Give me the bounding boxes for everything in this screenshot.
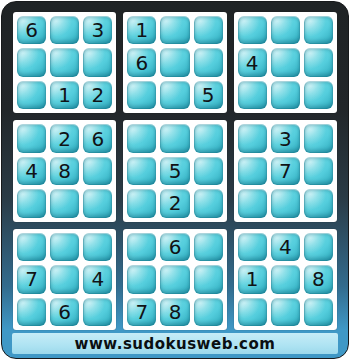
cell-r3c1[interactable] xyxy=(17,81,46,109)
cell-r1c1[interactable]: 6 xyxy=(17,16,46,44)
site-url[interactable]: www.sudokusweb.com xyxy=(12,333,338,354)
cell-r6c9[interactable] xyxy=(304,189,333,217)
cell-r3c3[interactable]: 2 xyxy=(83,81,112,109)
cell-r8c6[interactable] xyxy=(194,265,223,293)
cell-r9c2[interactable]: 6 xyxy=(50,298,79,326)
cell-r6c6[interactable] xyxy=(194,189,223,217)
cell-r8c3[interactable]: 4 xyxy=(83,265,112,293)
cell-r4c5[interactable] xyxy=(160,124,189,152)
cell-r7c8[interactable]: 4 xyxy=(271,233,300,261)
box-6: 37 xyxy=(234,120,337,221)
cell-r7c3[interactable] xyxy=(83,233,112,261)
cell-r8c4[interactable] xyxy=(127,265,156,293)
cell-r4c4[interactable] xyxy=(127,124,156,152)
cell-r4c3[interactable]: 6 xyxy=(83,124,112,152)
cell-r8c8[interactable] xyxy=(271,265,300,293)
cell-r4c8[interactable]: 3 xyxy=(271,124,300,152)
cell-r2c6[interactable] xyxy=(194,48,223,76)
cell-r2c7[interactable]: 4 xyxy=(238,48,267,76)
cell-r7c2[interactable] xyxy=(50,233,79,261)
cell-r9c5[interactable]: 8 xyxy=(160,298,189,326)
cell-r7c6[interactable] xyxy=(194,233,223,261)
cell-r5c7[interactable] xyxy=(238,157,267,185)
cell-r6c8[interactable] xyxy=(271,189,300,217)
cell-r7c7[interactable] xyxy=(238,233,267,261)
cell-r2c9[interactable] xyxy=(304,48,333,76)
cell-r2c1[interactable] xyxy=(17,48,46,76)
cell-r4c9[interactable] xyxy=(304,124,333,152)
cell-r3c4[interactable] xyxy=(127,81,156,109)
cell-r2c8[interactable] xyxy=(271,48,300,76)
cell-r1c8[interactable] xyxy=(271,16,300,44)
cell-r8c2[interactable] xyxy=(50,265,79,293)
cell-r6c1[interactable] xyxy=(17,189,46,217)
cell-r9c8[interactable] xyxy=(271,298,300,326)
cell-r3c9[interactable] xyxy=(304,81,333,109)
cell-r7c5[interactable]: 6 xyxy=(160,233,189,261)
cell-r8c5[interactable] xyxy=(160,265,189,293)
cell-r4c6[interactable] xyxy=(194,124,223,152)
cell-r9c6[interactable] xyxy=(194,298,223,326)
cell-r2c3[interactable] xyxy=(83,48,112,76)
cell-r9c4[interactable]: 7 xyxy=(127,298,156,326)
cell-r6c2[interactable] xyxy=(50,189,79,217)
box-1: 6312 xyxy=(13,12,116,113)
cell-r5c8[interactable]: 7 xyxy=(271,157,300,185)
cell-r4c7[interactable] xyxy=(238,124,267,152)
cell-r2c5[interactable] xyxy=(160,48,189,76)
cell-r8c7[interactable]: 1 xyxy=(238,265,267,293)
board-frame: 6312 165 4 2648 52 37 746 678 418 www.su… xyxy=(1,1,349,359)
cell-r5c1[interactable]: 4 xyxy=(17,157,46,185)
box-8: 678 xyxy=(123,229,226,330)
cell-r1c4[interactable]: 1 xyxy=(127,16,156,44)
cell-r5c3[interactable] xyxy=(83,157,112,185)
cell-r4c2[interactable]: 2 xyxy=(50,124,79,152)
cell-r3c2[interactable]: 1 xyxy=(50,81,79,109)
cell-r7c1[interactable] xyxy=(17,233,46,261)
cell-r5c4[interactable] xyxy=(127,157,156,185)
sudoku-page: 6312 165 4 2648 52 37 746 678 418 www.su… xyxy=(0,0,350,360)
cell-r9c3[interactable] xyxy=(83,298,112,326)
box-9: 418 xyxy=(234,229,337,330)
cell-r3c7[interactable] xyxy=(238,81,267,109)
box-5: 52 xyxy=(123,120,226,221)
cell-r2c2[interactable] xyxy=(50,48,79,76)
cell-r7c9[interactable] xyxy=(304,233,333,261)
cell-r1c3[interactable]: 3 xyxy=(83,16,112,44)
cell-r6c4[interactable] xyxy=(127,189,156,217)
cell-r3c6[interactable]: 5 xyxy=(194,81,223,109)
cell-r3c8[interactable] xyxy=(271,81,300,109)
box-2: 165 xyxy=(123,12,226,113)
cell-r7c4[interactable] xyxy=(127,233,156,261)
sudoku-board: 6312 165 4 2648 52 37 746 678 418 xyxy=(13,12,337,330)
cell-r6c5[interactable]: 2 xyxy=(160,189,189,217)
cell-r8c9[interactable]: 8 xyxy=(304,265,333,293)
cell-r1c2[interactable] xyxy=(50,16,79,44)
cell-r6c7[interactable] xyxy=(238,189,267,217)
cell-r6c3[interactable] xyxy=(83,189,112,217)
cell-r2c4[interactable]: 6 xyxy=(127,48,156,76)
cell-r5c2[interactable]: 8 xyxy=(50,157,79,185)
cell-r1c5[interactable] xyxy=(160,16,189,44)
cell-r4c1[interactable] xyxy=(17,124,46,152)
cell-r9c1[interactable] xyxy=(17,298,46,326)
cell-r5c9[interactable] xyxy=(304,157,333,185)
box-7: 746 xyxy=(13,229,116,330)
box-4: 2648 xyxy=(13,120,116,221)
cell-r1c9[interactable] xyxy=(304,16,333,44)
cell-r1c7[interactable] xyxy=(238,16,267,44)
cell-r3c5[interactable] xyxy=(160,81,189,109)
cell-r8c1[interactable]: 7 xyxy=(17,265,46,293)
cell-r5c5[interactable]: 5 xyxy=(160,157,189,185)
cell-r9c9[interactable] xyxy=(304,298,333,326)
cell-r1c6[interactable] xyxy=(194,16,223,44)
cell-r5c6[interactable] xyxy=(194,157,223,185)
cell-r9c7[interactable] xyxy=(238,298,267,326)
box-3: 4 xyxy=(234,12,337,113)
